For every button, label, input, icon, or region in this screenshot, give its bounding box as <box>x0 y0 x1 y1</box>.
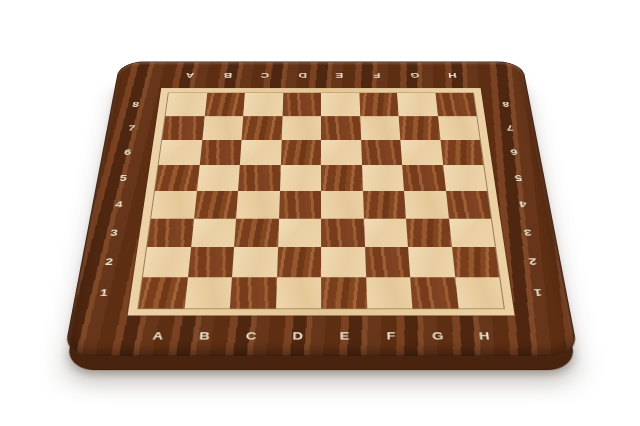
file-near-label-e: E <box>321 316 368 357</box>
square-e4 <box>321 191 363 218</box>
rank-right-label-2: 2 <box>504 247 562 277</box>
square-h8 <box>435 93 476 116</box>
square-d8 <box>282 93 321 116</box>
file-far-label-e: E <box>321 62 359 88</box>
rank-right-label-8: 8 <box>481 93 531 116</box>
square-b7 <box>202 116 243 140</box>
rank-right-label-7: 7 <box>485 116 536 140</box>
square-h7 <box>437 116 479 140</box>
square-g6 <box>400 140 442 165</box>
square-b4 <box>194 191 238 218</box>
square-h4 <box>446 191 491 218</box>
square-b6 <box>199 140 241 165</box>
square-g8 <box>397 93 437 116</box>
square-c2 <box>232 247 278 277</box>
square-e8 <box>321 93 360 116</box>
square-h2 <box>451 247 499 277</box>
file-far-label-b: B <box>207 62 247 88</box>
file-far-label-d: D <box>283 62 321 88</box>
file-near-label-g: G <box>413 316 463 357</box>
square-b5 <box>197 165 240 191</box>
file-labels-far: ABCDEFGH <box>169 62 472 88</box>
square-c6 <box>240 140 281 165</box>
square-e7 <box>321 116 361 140</box>
square-c4 <box>236 191 279 218</box>
square-h1 <box>455 277 504 309</box>
file-near-label-a: A <box>132 316 184 357</box>
file-far-label-h: H <box>432 62 473 88</box>
square-g4 <box>404 191 448 218</box>
file-far-label-c: C <box>245 62 284 88</box>
square-g7 <box>399 116 440 140</box>
square-f7 <box>360 116 401 140</box>
square-a8 <box>166 93 207 116</box>
rank-left-label-8: 8 <box>110 93 160 116</box>
square-a2 <box>143 247 191 277</box>
square-f4 <box>363 191 406 218</box>
file-near-label-d: D <box>274 316 321 357</box>
rank-right-label-4: 4 <box>496 191 551 218</box>
square-d3 <box>278 218 321 247</box>
rank-left-label-5: 5 <box>96 165 150 191</box>
square-g2 <box>408 247 455 277</box>
square-c5 <box>238 165 280 191</box>
square-e2 <box>321 247 366 277</box>
square-d6 <box>280 140 321 165</box>
square-b2 <box>187 247 234 277</box>
file-far-label-f: F <box>358 62 397 88</box>
square-h5 <box>443 165 487 191</box>
square-e1 <box>321 277 367 309</box>
square-c7 <box>242 116 283 140</box>
square-g3 <box>406 218 452 247</box>
square-d1 <box>275 277 321 309</box>
board-frame: ABCDEFGH ABCDEFGH 87654321 87654321 <box>63 62 579 357</box>
rank-right-label-5: 5 <box>492 165 546 191</box>
rank-left-label-2: 2 <box>80 247 138 277</box>
square-e3 <box>321 218 364 247</box>
rank-left-label-6: 6 <box>101 140 154 165</box>
square-a4 <box>151 191 196 218</box>
file-near-label-c: C <box>226 316 275 357</box>
square-b3 <box>191 218 236 247</box>
square-c3 <box>234 218 278 247</box>
rank-left-label-3: 3 <box>85 218 142 247</box>
rank-right-label-1: 1 <box>509 277 569 309</box>
chess-grid <box>139 93 504 308</box>
maple-inlay-border <box>128 88 515 315</box>
rank-left-label-7: 7 <box>106 116 157 140</box>
square-g5 <box>402 165 445 191</box>
square-a3 <box>147 218 193 247</box>
file-near-label-h: H <box>459 316 511 357</box>
square-f5 <box>362 165 404 191</box>
photo-background: ABCDEFGH ABCDEFGH 87654321 87654321 <box>0 0 640 426</box>
rank-right-label-6: 6 <box>488 140 541 165</box>
square-f8 <box>359 93 399 116</box>
square-d5 <box>280 165 322 191</box>
square-b8 <box>204 93 244 116</box>
square-c8 <box>243 93 283 116</box>
square-a7 <box>162 116 204 140</box>
rank-left-label-4: 4 <box>91 191 146 218</box>
square-f6 <box>361 140 402 165</box>
square-a5 <box>155 165 199 191</box>
square-b1 <box>184 277 232 309</box>
square-f3 <box>363 218 408 247</box>
square-g1 <box>410 277 458 309</box>
square-c1 <box>230 277 277 309</box>
rank-left-label-1: 1 <box>74 277 134 309</box>
square-e5 <box>321 165 363 191</box>
file-near-label-f: F <box>367 316 416 357</box>
square-f2 <box>365 247 411 277</box>
file-near-label-b: B <box>179 316 229 357</box>
file-far-label-a: A <box>169 62 210 88</box>
rank-right-label-3: 3 <box>500 218 557 247</box>
square-a6 <box>159 140 202 165</box>
square-a1 <box>139 277 188 309</box>
square-d4 <box>279 191 321 218</box>
square-d2 <box>277 247 322 277</box>
square-h6 <box>440 140 483 165</box>
square-f1 <box>366 277 413 309</box>
square-d7 <box>281 116 321 140</box>
square-e6 <box>321 140 362 165</box>
square-h3 <box>448 218 495 247</box>
file-labels-near: ABCDEFGH <box>132 316 511 357</box>
file-far-label-g: G <box>395 62 435 88</box>
